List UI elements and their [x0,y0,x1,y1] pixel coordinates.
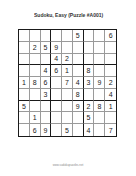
cell-r9c6[interactable] [73,124,84,136]
cell-r3c7[interactable] [84,54,95,66]
cell-r7c1: 5 [19,101,30,113]
cell-r4c9[interactable] [105,65,116,77]
cell-r7c4[interactable] [51,101,62,113]
cell-r2c7[interactable] [84,42,95,54]
cell-r6c9: 4 [105,89,116,101]
cell-r5c7: 3 [84,77,95,89]
cell-r5c6: 4 [73,77,84,89]
footer-url: www.sudokupuzzles.net [46,163,90,166]
cell-r9c8[interactable] [94,124,105,136]
cell-r3c2[interactable] [30,54,41,66]
cell-r2c1[interactable] [19,42,30,54]
cell-r9c1[interactable] [19,124,30,136]
cell-r2c8[interactable] [94,42,105,54]
cell-r2c6[interactable] [73,42,84,54]
cell-r1c5[interactable] [62,30,73,42]
cell-r7c5[interactable] [62,101,73,113]
cell-r1c6: 5 [73,30,84,42]
cell-r2c4: 9 [51,42,62,54]
cell-r2c3: 5 [41,42,52,54]
cell-r5c5: 7 [62,77,73,89]
cell-r5c8: 9 [94,77,105,89]
cell-r1c9: 6 [105,30,116,42]
cell-r6c8[interactable] [94,89,105,101]
cell-r1c4[interactable] [51,30,62,42]
cell-r9c4[interactable] [51,124,62,136]
cell-r3c8[interactable] [94,54,105,66]
cell-r6c4[interactable] [51,89,62,101]
cell-r7c9: 1 [105,101,116,113]
cell-r2c5[interactable] [62,42,73,54]
cell-r8c8[interactable] [94,112,105,124]
cell-r8c3[interactable] [41,112,52,124]
sudoku-page: Sudoku, Easy (Puzzle #A001) 562594246181… [0,0,136,176]
cell-r9c7: 4 [84,124,95,136]
cell-r7c6: 9 [73,101,84,113]
sudoku-board: 5625942461818674392384592811569547 [18,29,117,137]
cell-r1c2[interactable] [30,30,41,42]
cell-r8c7: 5 [84,112,95,124]
cell-r6c7[interactable] [84,89,95,101]
cell-r1c7[interactable] [84,30,95,42]
cell-r4c3: 4 [41,65,52,77]
cell-r5c1: 1 [19,77,30,89]
cell-r7c3[interactable] [41,101,52,113]
cell-r9c2: 6 [30,124,41,136]
cell-r7c7: 2 [84,101,95,113]
cell-r8c2: 1 [30,112,41,124]
cell-r9c3: 9 [41,124,52,136]
cell-r4c1[interactable] [19,65,30,77]
cell-r6c5[interactable] [62,89,73,101]
cell-r7c2[interactable] [30,101,41,113]
cell-r1c1[interactable] [19,30,30,42]
cell-r4c2[interactable] [30,65,41,77]
cell-r2c2: 2 [30,42,41,54]
cell-r1c3[interactable] [41,30,52,42]
cell-r3c5: 2 [62,54,73,66]
cell-r3c4: 4 [51,54,62,66]
cell-r6c2[interactable] [30,89,41,101]
cell-r4c6[interactable] [73,65,84,77]
cell-r4c8[interactable] [94,65,105,77]
cell-r9c9: 7 [105,124,116,136]
cell-r1c8[interactable] [94,30,105,42]
cell-r8c9[interactable] [105,112,116,124]
cell-r2c9[interactable] [105,42,116,54]
cell-r8c6[interactable] [73,112,84,124]
cell-r3c6[interactable] [73,54,84,66]
cell-r4c4: 6 [51,65,62,77]
cell-r5c4[interactable] [51,77,62,89]
cell-r8c4[interactable] [51,112,62,124]
cell-r3c1[interactable] [19,54,30,66]
cell-r8c1[interactable] [19,112,30,124]
cell-r6c6: 8 [73,89,84,101]
cell-r3c9[interactable] [105,54,116,66]
page-title: Sudoku, Easy (Puzzle #A001) [34,12,102,18]
cell-r4c7: 8 [84,65,95,77]
cell-r5c9: 2 [105,77,116,89]
cell-r8c5[interactable] [62,112,73,124]
cell-r3c3[interactable] [41,54,52,66]
cell-r9c5: 5 [62,124,73,136]
cell-r4c5: 1 [62,65,73,77]
cell-r5c2: 8 [30,77,41,89]
cell-r6c3: 3 [41,89,52,101]
cell-r5c3: 6 [41,77,52,89]
cell-r6c1[interactable] [19,89,30,101]
cell-r7c8: 8 [94,101,105,113]
